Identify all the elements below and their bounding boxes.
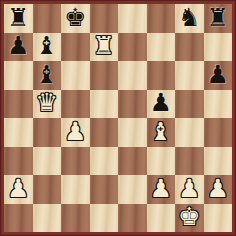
square-e7[interactable] <box>118 33 147 62</box>
piece-black-king[interactable]: ♚ <box>64 5 86 30</box>
square-b7[interactable]: ♝ <box>33 33 62 62</box>
square-h5[interactable] <box>204 90 233 119</box>
square-a1[interactable] <box>4 204 33 233</box>
piece-black-knight[interactable]: ♞ <box>178 5 200 30</box>
square-a3[interactable] <box>4 147 33 176</box>
square-a6[interactable] <box>4 61 33 90</box>
square-b4[interactable] <box>33 118 62 147</box>
square-c1[interactable] <box>61 204 90 233</box>
piece-black-pawn[interactable]: ♟ <box>207 62 229 87</box>
square-h1[interactable] <box>204 204 233 233</box>
square-a2[interactable]: ♟ <box>4 175 33 204</box>
square-e2[interactable] <box>118 175 147 204</box>
square-f2[interactable]: ♟ <box>147 175 176 204</box>
square-d3[interactable] <box>90 147 119 176</box>
square-c3[interactable] <box>61 147 90 176</box>
square-b2[interactable] <box>33 175 62 204</box>
piece-black-rook[interactable]: ♜ <box>207 5 229 30</box>
piece-white-pawn[interactable]: ♟ <box>207 176 229 201</box>
square-h8[interactable]: ♜ <box>204 4 233 33</box>
square-e3[interactable] <box>118 147 147 176</box>
square-g3[interactable] <box>175 147 204 176</box>
square-f8[interactable] <box>147 4 176 33</box>
square-g7[interactable] <box>175 33 204 62</box>
chess-board: ♜♚♞♜♟♝♜♝♟♛♟♟♝♟♟♟♟♚ <box>4 4 232 232</box>
square-b8[interactable] <box>33 4 62 33</box>
square-g1[interactable]: ♚ <box>175 204 204 233</box>
piece-black-pawn[interactable]: ♟ <box>150 90 172 115</box>
square-d4[interactable] <box>90 118 119 147</box>
square-h4[interactable] <box>204 118 233 147</box>
piece-white-pawn[interactable]: ♟ <box>64 119 86 144</box>
board-frame: ♜♚♞♜♟♝♜♝♟♛♟♟♝♟♟♟♟♚ <box>0 0 236 236</box>
square-g4[interactable] <box>175 118 204 147</box>
piece-white-pawn[interactable]: ♟ <box>7 176 29 201</box>
square-g8[interactable]: ♞ <box>175 4 204 33</box>
piece-white-pawn[interactable]: ♟ <box>150 176 172 201</box>
square-a7[interactable]: ♟ <box>4 33 33 62</box>
square-a4[interactable] <box>4 118 33 147</box>
square-f4[interactable]: ♝ <box>147 118 176 147</box>
square-e5[interactable] <box>118 90 147 119</box>
piece-white-bishop[interactable]: ♝ <box>150 119 172 144</box>
piece-white-queen[interactable]: ♛ <box>36 90 58 115</box>
piece-black-rook[interactable]: ♜ <box>7 5 29 30</box>
square-f6[interactable] <box>147 61 176 90</box>
square-d7[interactable]: ♜ <box>90 33 119 62</box>
square-h6[interactable]: ♟ <box>204 61 233 90</box>
square-c8[interactable]: ♚ <box>61 4 90 33</box>
square-f5[interactable]: ♟ <box>147 90 176 119</box>
square-e6[interactable] <box>118 61 147 90</box>
square-c2[interactable] <box>61 175 90 204</box>
square-g2[interactable]: ♟ <box>175 175 204 204</box>
square-c5[interactable] <box>61 90 90 119</box>
square-h2[interactable]: ♟ <box>204 175 233 204</box>
square-d2[interactable] <box>90 175 119 204</box>
square-d5[interactable] <box>90 90 119 119</box>
square-g5[interactable] <box>175 90 204 119</box>
square-f7[interactable] <box>147 33 176 62</box>
piece-white-pawn[interactable]: ♟ <box>178 176 200 201</box>
square-f3[interactable] <box>147 147 176 176</box>
square-d6[interactable] <box>90 61 119 90</box>
square-b3[interactable] <box>33 147 62 176</box>
square-c7[interactable] <box>61 33 90 62</box>
square-f1[interactable] <box>147 204 176 233</box>
piece-white-rook[interactable]: ♜ <box>93 33 115 58</box>
square-a8[interactable]: ♜ <box>4 4 33 33</box>
square-d8[interactable] <box>90 4 119 33</box>
square-b5[interactable]: ♛ <box>33 90 62 119</box>
square-c4[interactable]: ♟ <box>61 118 90 147</box>
piece-black-bishop[interactable]: ♝ <box>36 62 58 87</box>
square-d1[interactable] <box>90 204 119 233</box>
square-h3[interactable] <box>204 147 233 176</box>
square-b1[interactable] <box>33 204 62 233</box>
piece-black-bishop[interactable]: ♝ <box>36 33 58 58</box>
square-b6[interactable]: ♝ <box>33 61 62 90</box>
square-g6[interactable] <box>175 61 204 90</box>
square-c6[interactable] <box>61 61 90 90</box>
square-e1[interactable] <box>118 204 147 233</box>
square-e4[interactable] <box>118 118 147 147</box>
piece-white-king[interactable]: ♚ <box>178 204 200 229</box>
square-h7[interactable] <box>204 33 233 62</box>
piece-black-pawn[interactable]: ♟ <box>7 33 29 58</box>
square-a5[interactable] <box>4 90 33 119</box>
square-e8[interactable] <box>118 4 147 33</box>
